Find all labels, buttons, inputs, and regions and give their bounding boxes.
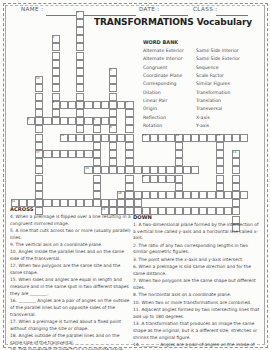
grid-cell[interactable]: [216, 183, 224, 191]
grid-cell[interactable]: [109, 134, 117, 142]
grid-cell[interactable]: [109, 166, 117, 174]
grid-cell[interactable]: [109, 76, 117, 84]
grid-cell[interactable]: [183, 191, 191, 199]
grid-cell[interactable]: [125, 125, 133, 133]
across-heading: ACROSS: [10, 206, 131, 213]
grid-cell[interactable]: [232, 158, 240, 166]
grid-cell[interactable]: [109, 150, 117, 158]
word-bank-item: Y-axis: [196, 122, 260, 130]
grid-cell[interactable]: [68, 150, 76, 158]
grid-cell[interactable]: [117, 134, 125, 142]
grid-cell[interactable]: [52, 68, 60, 76]
grid-cell[interactable]: [76, 76, 84, 84]
grid-cell[interactable]: [76, 134, 84, 142]
grid-cell[interactable]: [166, 134, 174, 142]
grid-cell[interactable]: [216, 166, 224, 174]
clue-17a: 17. When a preimage is turned about a fi…: [10, 319, 131, 333]
grid-cell[interactable]: [43, 150, 51, 158]
grid-cell[interactable]: [183, 134, 191, 142]
grid-cell[interactable]: [35, 175, 43, 183]
grid-cell[interactable]: [35, 84, 43, 92]
clue-2d: 2. The ratio of any two corresponding le…: [133, 243, 261, 257]
clue-number-7D: 7: [126, 101, 128, 104]
grid-cell[interactable]: [101, 101, 109, 109]
grid-cell[interactable]: [175, 150, 183, 158]
grid-cell[interactable]: [199, 134, 207, 142]
clue-9a: 9. The vertical axis on a coordinate pla…: [10, 242, 131, 249]
name-blank-line[interactable]: [46, 14, 136, 16]
grid-cell[interactable]: [35, 117, 43, 125]
word-bank-column-1: Alternate ExteriorAlternate InteriorCong…: [143, 47, 196, 130]
grid-cell[interactable]: [35, 109, 43, 117]
grid-cell[interactable]: [35, 125, 43, 133]
grid-cell[interactable]: [93, 166, 101, 174]
word-bank-item: Rotation: [143, 122, 196, 130]
page-title: TRANSFORMATIONS Vocabulary: [88, 17, 258, 27]
grid-cell[interactable]: [166, 175, 174, 183]
grid-cell[interactable]: [216, 158, 224, 166]
clue-number-10A: 10: [11, 200, 15, 203]
grid-cell[interactable]: [76, 19, 84, 27]
clue-number-5A: 5: [28, 118, 30, 121]
grid-cell[interactable]: [232, 166, 240, 174]
grid-cell[interactable]: [175, 158, 183, 166]
word-bank-item: Alternate Exterior: [143, 47, 196, 55]
word-bank-item: Linear Pair: [143, 97, 196, 105]
clue-number-14D: 14: [36, 77, 40, 80]
grid-cell[interactable]: [35, 166, 43, 174]
grid-cell[interactable]: [76, 84, 84, 92]
grid-cell[interactable]: [35, 158, 43, 166]
grid-cell[interactable]: [76, 117, 84, 125]
grid-cell[interactable]: [52, 60, 60, 68]
grid-cell[interactable]: [125, 150, 133, 158]
clue-6d: 6. When a preimage is slid same directio…: [133, 264, 261, 278]
grid-cell[interactable]: [109, 84, 117, 92]
grid-cell[interactable]: [142, 191, 150, 199]
clue-5a: 5. A line that cuts across two or more (…: [10, 228, 131, 242]
grid-cell[interactable]: [93, 101, 101, 109]
grid-cell[interactable]: [125, 175, 133, 183]
grid-cell[interactable]: [125, 158, 133, 166]
grid-cell[interactable]: [43, 117, 51, 125]
clue-number-8D: 8: [110, 126, 112, 129]
clue-4a: 4. When a preimage is flipped over a lin…: [10, 214, 131, 228]
grid-cell[interactable]: [150, 134, 158, 142]
grid-cell[interactable]: [101, 166, 109, 174]
word-bank-title: WORD BANK: [143, 39, 263, 45]
clue-13d: 13. A transformation that produces an im…: [133, 321, 261, 341]
grid-cell[interactable]: [68, 101, 76, 109]
grid-cell[interactable]: [134, 166, 142, 174]
grid-cell[interactable]: [35, 142, 43, 150]
grid-cell[interactable]: [183, 166, 191, 174]
grid-cell[interactable]: [125, 117, 133, 125]
word-bank-item: Coordinate Plane: [143, 72, 196, 80]
clue-number-2D: 2: [52, 36, 54, 39]
grid-cell[interactable]: [125, 166, 133, 174]
grid-cell[interactable]: [216, 175, 224, 183]
grid-cell[interactable]: [158, 191, 166, 199]
grid-cell[interactable]: [166, 191, 174, 199]
clue-7d: 7. When two polygons are the same shape …: [133, 278, 261, 292]
grid-cell[interactable]: [84, 150, 92, 158]
grid-cell[interactable]: [76, 35, 84, 43]
down-heading: DOWN: [133, 214, 261, 221]
grid-cell[interactable]: [232, 199, 240, 207]
clue-number-18A: 18: [118, 192, 122, 195]
grid-cell[interactable]: [109, 109, 117, 117]
word-bank-item: Congruent: [143, 64, 196, 72]
clue-number-9A: 9: [143, 175, 145, 178]
clue-10a: 10. Angles inside the parallel lines and…: [10, 249, 131, 263]
grid-cell[interactable]: [117, 101, 125, 109]
clue-number-19A: 19: [85, 167, 89, 170]
clue-3d: 3. The point where the x-axis and y-axis…: [133, 257, 261, 264]
grid-cell[interactable]: [224, 191, 232, 199]
word-bank-item: Corresponding: [143, 80, 196, 88]
clue-10d: 10. When two or more transformations are…: [133, 300, 261, 307]
grid-cell[interactable]: [93, 175, 101, 183]
grid-cell[interactable]: [93, 191, 101, 199]
clue-number-4A: 4: [52, 101, 54, 104]
grid-cell[interactable]: [232, 175, 240, 183]
grid-cell[interactable]: [125, 109, 133, 117]
grid-cell[interactable]: [84, 117, 92, 125]
grid-cell[interactable]: [175, 183, 183, 191]
grid-cell[interactable]: [35, 183, 43, 191]
down-clues: DOWN 1. A two-dimensional plane formed b…: [133, 214, 261, 350]
grid-cell[interactable]: [93, 125, 101, 133]
grid-cell[interactable]: [76, 43, 84, 51]
grid-cell[interactable]: [158, 134, 166, 142]
grid-cell[interactable]: [76, 60, 84, 68]
word-bank-item: X-axis: [196, 114, 260, 122]
grid-cell[interactable]: [84, 101, 92, 109]
grid-cell[interactable]: [76, 101, 84, 109]
class-blank-line[interactable]: [216, 14, 248, 16]
clue-12a: 12. When two polygons are the same size …: [10, 263, 131, 277]
grid-cell[interactable]: [60, 101, 68, 109]
grid-cell[interactable]: [207, 134, 215, 142]
clue-number-3D: 3: [110, 69, 112, 72]
grid-cell[interactable]: [232, 183, 240, 191]
clue-number-12A: 12: [61, 134, 65, 137]
grid-cell[interactable]: [52, 150, 60, 158]
word-bank-item: Transversal: [196, 105, 260, 113]
grid-cell[interactable]: [76, 52, 84, 60]
grid-cell[interactable]: [216, 191, 224, 199]
word-bank-item: Reflection: [143, 114, 196, 122]
clue-16a: 16. ________ Angles are a pair of angles…: [10, 298, 131, 318]
grid-cell[interactable]: [52, 43, 60, 51]
clue-number-1D: 1: [77, 11, 79, 14]
word-bank-item: Same Side Interior: [196, 47, 260, 55]
grid-cell[interactable]: [175, 191, 183, 199]
grid-cell[interactable]: [93, 142, 101, 150]
worksheet-page: NAME : DATE : CLASS : TRANSFORMATIONS Vo…: [0, 0, 270, 350]
grid-cell[interactable]: [224, 134, 232, 142]
grid-cell[interactable]: [150, 166, 158, 174]
grid-cell[interactable]: [109, 93, 117, 101]
grid-cell[interactable]: [109, 142, 117, 150]
grid-cell[interactable]: [125, 191, 133, 199]
grid-cell[interactable]: [101, 134, 109, 142]
grid-cell[interactable]: [76, 68, 84, 76]
clue-number-17A: 17: [36, 151, 40, 154]
grid-cell[interactable]: [166, 166, 174, 174]
grid-cell[interactable]: [109, 158, 117, 166]
grid-cell[interactable]: [191, 134, 199, 142]
grid-cell[interactable]: [35, 93, 43, 101]
grid-cell[interactable]: [134, 191, 142, 199]
grid-cell[interactable]: [240, 191, 248, 199]
grid-cell[interactable]: [175, 142, 183, 150]
grid-cell[interactable]: [35, 134, 43, 142]
grid-cell[interactable]: [84, 134, 92, 142]
word-bank-item: Sequence: [196, 64, 260, 72]
word-bank-item: Similar Figures: [196, 80, 260, 88]
grid-cell[interactable]: [232, 134, 240, 142]
grid-cell[interactable]: [93, 134, 101, 142]
grid-cell[interactable]: [175, 175, 183, 183]
word-bank-item: Translation: [196, 97, 260, 105]
word-bank-column-2: Same Side InteriorSame Side ExteriorSequ…: [196, 47, 260, 130]
date-blank-line[interactable]: [160, 14, 188, 16]
grid-cell[interactable]: [68, 117, 76, 125]
clue-1d: 1. A two-dimensional plane formed by the…: [133, 222, 261, 242]
grid-cell[interactable]: [125, 142, 133, 150]
word-bank-item: Same Side Exterior: [196, 55, 260, 63]
clue-number-13D: 13: [216, 134, 220, 137]
grid-cell[interactable]: [117, 166, 125, 174]
grid-cell[interactable]: [93, 150, 101, 158]
grid-cell[interactable]: [76, 109, 84, 117]
clue-number-11D: 11: [233, 151, 237, 154]
grid-cell[interactable]: [216, 142, 224, 150]
class-label: CLASS :: [193, 6, 218, 12]
grid-cell[interactable]: [52, 117, 60, 125]
grid-cell[interactable]: [199, 191, 207, 199]
grid-cell[interactable]: [158, 175, 166, 183]
clue-14d: 14. ________ Angles are a pair of angles…: [133, 342, 261, 350]
grid-cell[interactable]: [191, 166, 199, 174]
grid-cell[interactable]: [93, 183, 101, 191]
grid-cell[interactable]: [52, 109, 60, 117]
grid-cell[interactable]: [68, 134, 76, 142]
grid-cell[interactable]: [191, 191, 199, 199]
clue-15a: 15. When sides and angles are equal in l…: [10, 277, 131, 297]
word-bank-item: Dilation: [143, 89, 196, 97]
word-bank-item: Origin: [143, 105, 196, 113]
grid-cell[interactable]: [134, 199, 142, 207]
word-bank-item: Alternate Interior: [143, 55, 196, 63]
clue-11d: 11. Adjacent angles formed by two inters…: [133, 307, 261, 321]
grid-cell[interactable]: [52, 52, 60, 60]
word-bank-item: Scale Factor: [196, 72, 260, 80]
grid-cell[interactable]: [35, 191, 43, 199]
grid-cell[interactable]: [35, 101, 43, 109]
word-bank-item: Transformation: [196, 89, 260, 97]
grid-cell[interactable]: [52, 76, 60, 84]
grid-cell[interactable]: [216, 150, 224, 158]
grid-cell[interactable]: [240, 134, 248, 142]
across-clues: ACROSS 4. When a preimage is flipped ove…: [10, 206, 131, 350]
clue-number-15A: 15: [143, 134, 147, 137]
grid-cell[interactable]: [150, 191, 158, 199]
grid-cell[interactable]: [76, 125, 84, 133]
grid-cell[interactable]: [52, 84, 60, 92]
grid-cell[interactable]: [93, 158, 101, 166]
grid-cell[interactable]: [76, 27, 84, 35]
grid-cell[interactable]: [109, 101, 117, 109]
grid-cell[interactable]: [125, 134, 133, 142]
grid-cell[interactable]: [232, 191, 240, 199]
word-bank: WORD BANK Alternate ExteriorAlternate In…: [143, 39, 263, 130]
grid-cell[interactable]: [101, 117, 109, 125]
grid-cell[interactable]: [207, 191, 215, 199]
grid-cell[interactable]: [150, 175, 158, 183]
clue-18a: 18. Angles outside of the parallel lines…: [10, 333, 131, 347]
date-label: DATE :: [139, 6, 160, 12]
clue-number-16A: 16: [102, 208, 106, 211]
grid-cell[interactable]: [125, 183, 133, 191]
name-label: NAME :: [21, 6, 43, 12]
clue-number-10D: 10: [175, 134, 179, 137]
grid-cell[interactable]: [60, 150, 68, 158]
grid-cell[interactable]: [76, 93, 84, 101]
clue-8d: 8. The horizontal axis on a coordinate p…: [133, 292, 261, 299]
grid-cell[interactable]: [175, 166, 183, 174]
grid-cell[interactable]: [76, 150, 84, 158]
grid-cell[interactable]: [60, 117, 68, 125]
grid-cell[interactable]: [158, 166, 166, 174]
clue-number-6D: 6: [93, 118, 95, 121]
